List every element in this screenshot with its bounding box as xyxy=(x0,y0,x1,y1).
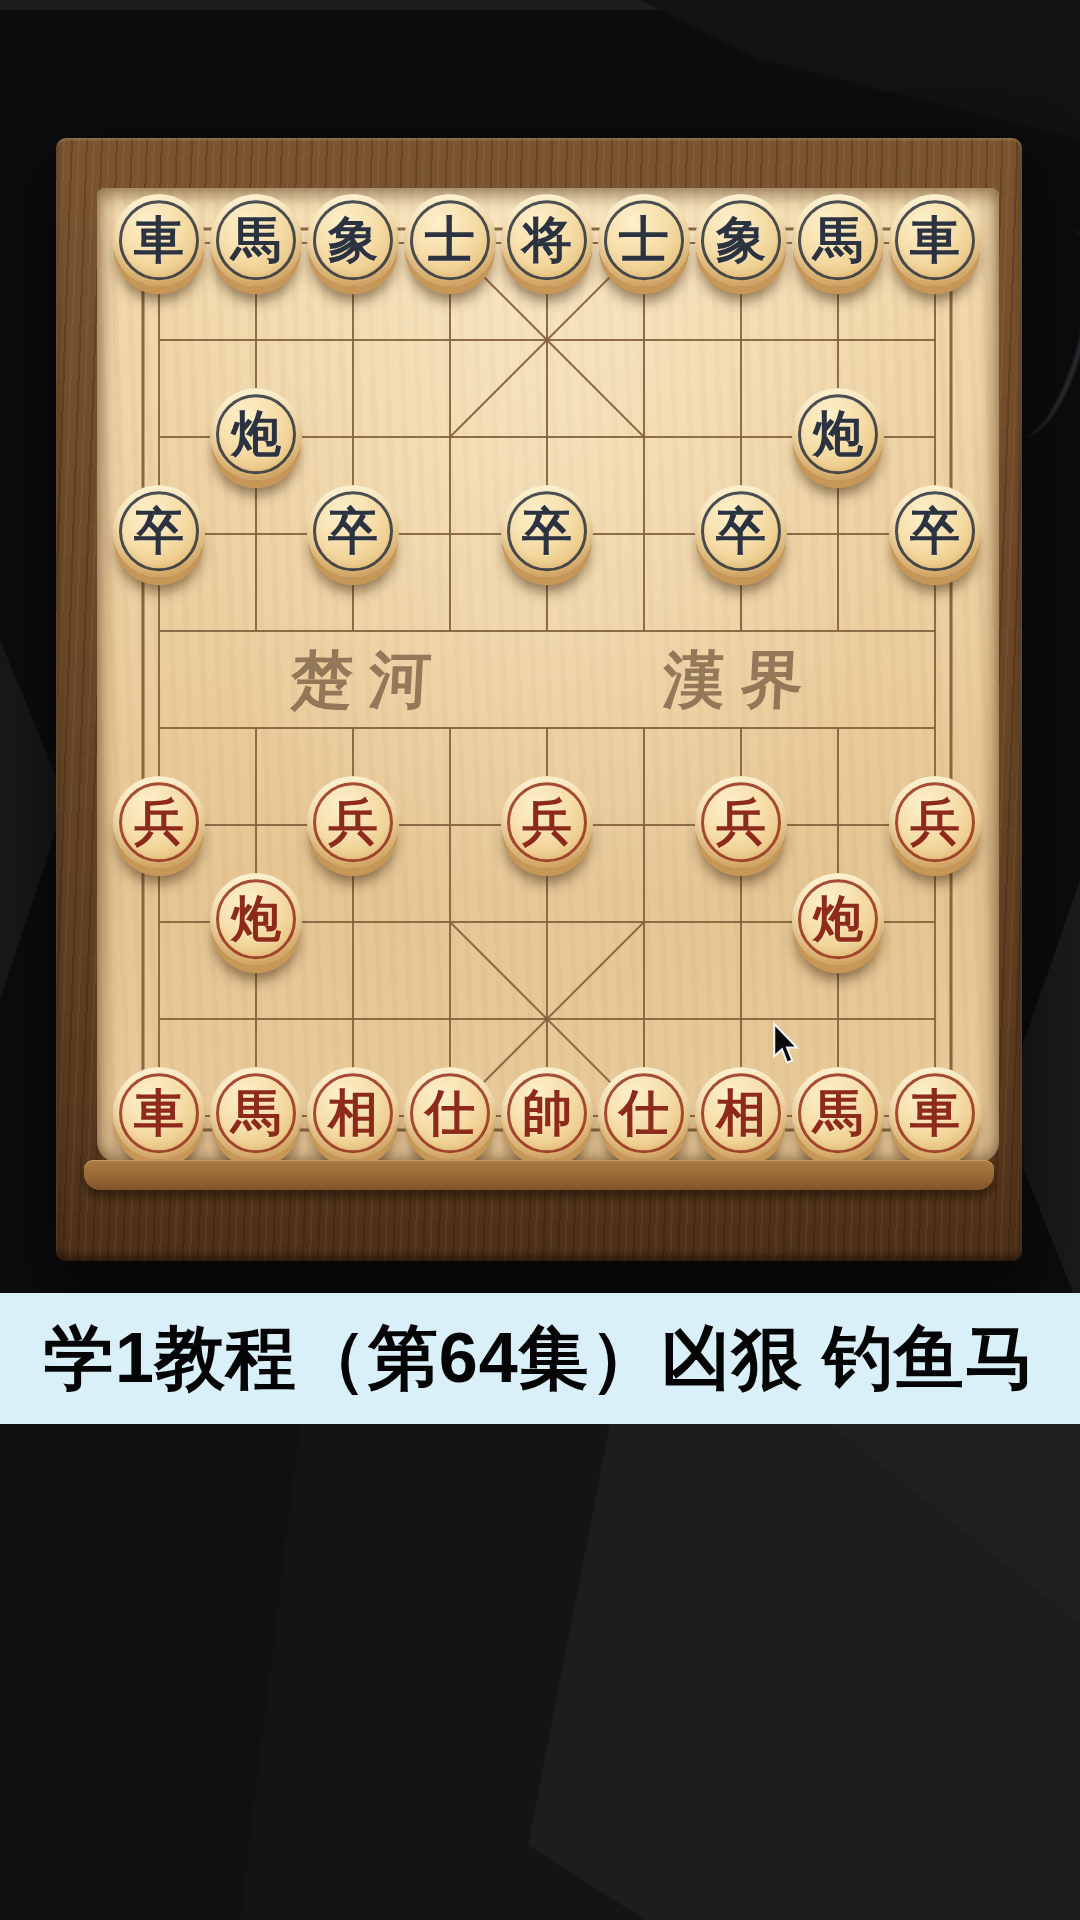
piece-red-soldier[interactable]: 兵 xyxy=(889,776,981,868)
piece-glyph: 兵 xyxy=(716,797,766,847)
piece-glyph: 相 xyxy=(716,1088,766,1138)
piece-black-soldier[interactable]: 卒 xyxy=(307,485,399,577)
piece-black-advisor[interactable]: 士 xyxy=(598,194,690,286)
river-label-right: 漢界 xyxy=(645,638,821,722)
piece-glyph: 車 xyxy=(910,215,960,265)
caption-banner: 学1教程（第64集）凶狠 钓鱼马 xyxy=(0,1293,1080,1424)
piece-glyph: 炮 xyxy=(813,409,863,459)
piece-black-horse[interactable]: 馬 xyxy=(210,194,302,286)
piece-glyph: 馬 xyxy=(813,215,863,265)
piece-red-cannon[interactable]: 炮 xyxy=(210,873,302,965)
piece-black-elephant[interactable]: 象 xyxy=(695,194,787,286)
piece-black-soldier[interactable]: 卒 xyxy=(113,485,205,577)
piece-black-soldier[interactable]: 卒 xyxy=(501,485,593,577)
piece-glyph: 馬 xyxy=(231,215,281,265)
piece-black-advisor[interactable]: 士 xyxy=(404,194,496,286)
river-label-left: 楚河 xyxy=(273,638,449,722)
piece-black-cannon[interactable]: 炮 xyxy=(210,388,302,480)
piece-red-chariot[interactable]: 車 xyxy=(889,1067,981,1159)
piece-red-soldier[interactable]: 兵 xyxy=(695,776,787,868)
piece-glyph: 仕 xyxy=(619,1088,669,1138)
piece-black-chariot[interactable]: 車 xyxy=(889,194,981,286)
piece-red-soldier[interactable]: 兵 xyxy=(113,776,205,868)
piece-glyph: 相 xyxy=(328,1088,378,1138)
piece-glyph: 炮 xyxy=(231,894,281,944)
piece-glyph: 兵 xyxy=(328,797,378,847)
piece-glyph: 馬 xyxy=(813,1088,863,1138)
piece-glyph: 馬 xyxy=(231,1088,281,1138)
piece-black-soldier[interactable]: 卒 xyxy=(695,485,787,577)
piece-black-general[interactable]: 将 xyxy=(501,194,593,286)
piece-glyph: 卒 xyxy=(910,506,960,556)
piece-glyph: 帥 xyxy=(522,1088,572,1138)
piece-glyph: 車 xyxy=(910,1088,960,1138)
piece-glyph: 兵 xyxy=(910,797,960,847)
piece-red-horse[interactable]: 馬 xyxy=(210,1067,302,1159)
piece-glyph: 炮 xyxy=(231,409,281,459)
piece-glyph: 象 xyxy=(716,215,766,265)
piece-black-soldier[interactable]: 卒 xyxy=(889,485,981,577)
piece-glyph: 兵 xyxy=(134,797,184,847)
piece-black-cannon[interactable]: 炮 xyxy=(792,388,884,480)
caption-text: 学1教程（第64集）凶狠 钓鱼马 xyxy=(44,1312,1036,1406)
piece-glyph: 卒 xyxy=(522,506,572,556)
piece-red-elephant[interactable]: 相 xyxy=(307,1067,399,1159)
piece-glyph: 炮 xyxy=(813,894,863,944)
piece-red-elephant[interactable]: 相 xyxy=(695,1067,787,1159)
piece-glyph: 士 xyxy=(425,215,475,265)
board-grid xyxy=(97,188,999,1163)
piece-glyph: 将 xyxy=(522,215,572,265)
piece-glyph: 仕 xyxy=(425,1088,475,1138)
piece-red-chariot[interactable]: 車 xyxy=(113,1067,205,1159)
piece-black-horse[interactable]: 馬 xyxy=(792,194,884,286)
piece-glyph: 卒 xyxy=(134,506,184,556)
piece-red-soldier[interactable]: 兵 xyxy=(501,776,593,868)
piece-glyph: 卒 xyxy=(328,506,378,556)
piece-glyph: 象 xyxy=(328,215,378,265)
piece-red-advisor[interactable]: 仕 xyxy=(598,1067,690,1159)
piece-red-cannon[interactable]: 炮 xyxy=(792,873,884,965)
board-frame-bevel xyxy=(84,1160,994,1190)
piece-black-elephant[interactable]: 象 xyxy=(307,194,399,286)
piece-red-horse[interactable]: 馬 xyxy=(792,1067,884,1159)
board-field[interactable]: 楚河 漢界 車馬象士将士象馬車炮炮卒卒卒卒卒兵兵兵兵兵炮炮車馬相仕帥仕相馬車 xyxy=(97,188,999,1163)
piece-red-advisor[interactable]: 仕 xyxy=(404,1067,496,1159)
piece-red-general[interactable]: 帥 xyxy=(501,1067,593,1159)
piece-glyph: 車 xyxy=(134,215,184,265)
piece-glyph: 士 xyxy=(619,215,669,265)
piece-glyph: 車 xyxy=(134,1088,184,1138)
mouse-cursor-icon xyxy=(770,1022,804,1068)
piece-glyph: 兵 xyxy=(522,797,572,847)
xiangqi-board: 楚河 漢界 車馬象士将士象馬車炮炮卒卒卒卒卒兵兵兵兵兵炮炮車馬相仕帥仕相馬車 xyxy=(56,138,1022,1261)
piece-black-chariot[interactable]: 車 xyxy=(113,194,205,286)
piece-glyph: 卒 xyxy=(716,506,766,556)
piece-red-soldier[interactable]: 兵 xyxy=(307,776,399,868)
